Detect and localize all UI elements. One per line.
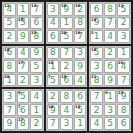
digit-r7c5: 8 (64, 92, 70, 101)
cell-r1c8[interactable]: 8 (104, 3, 117, 16)
cell-r1c1[interactable]: 124 (3, 3, 16, 16)
cell-r8c4[interactable]: 169 (47, 104, 60, 117)
cell-r7c2[interactable]: 95 (17, 90, 30, 103)
digit-r6c6: 4 (77, 76, 83, 85)
digit-r6c4: 5 (50, 76, 56, 85)
cell-r5c4[interactable]: 121 (47, 60, 60, 73)
cell-r9c3[interactable]: 2 (30, 117, 43, 130)
cell-r8c6[interactable]: 125 (74, 104, 87, 117)
digit-r6c3: 3 (34, 76, 40, 85)
cell-r7c7[interactable]: 7 (90, 90, 103, 103)
cell-r4c8[interactable]: 2 (104, 47, 117, 60)
cell-r6c6[interactable]: 4 (74, 74, 87, 87)
box-4: 186498177520123 (2, 46, 44, 88)
cell-r3c4[interactable]: 6 (47, 30, 60, 43)
cell-r5c5[interactable]: 2 (60, 60, 73, 73)
cage-sum-r1c5: 18 (61, 4, 66, 8)
digit-r7c3: 4 (34, 92, 40, 101)
cell-r8c7[interactable]: 2 (90, 104, 103, 117)
killer-sudoku-board: 1241147518362923831891624186205107681151… (0, 0, 133, 133)
cell-r2c9[interactable]: 2 (117, 17, 130, 30)
digit-r2c8: 7 (107, 18, 113, 27)
digit-r6c8: 9 (107, 76, 113, 85)
cell-r6c7[interactable]: 218 (90, 74, 103, 87)
cell-r6c1[interactable]: 201 (3, 74, 16, 87)
digit-r8c7: 2 (94, 106, 100, 115)
cell-r4c5[interactable]: 7 (60, 47, 73, 60)
cell-r4c6[interactable]: 3 (74, 47, 87, 60)
digit-r2c3: 6 (34, 18, 40, 27)
digit-r4c6: 3 (77, 48, 83, 57)
cell-r6c9[interactable]: 7 (117, 74, 130, 87)
digit-r2c9: 2 (121, 18, 127, 27)
cell-r4c2[interactable]: 4 (17, 47, 30, 60)
digit-r5c3: 5 (34, 62, 40, 71)
cage-sum-r2c2: 18 (18, 18, 23, 22)
cell-r8c9[interactable]: 8 (117, 104, 130, 117)
cell-r5c3[interactable]: 5 (30, 60, 43, 73)
cell-r7c1[interactable]: 3 (3, 90, 16, 103)
cage-sum-r1c9: 11 (118, 4, 123, 8)
digit-r2c4: 4 (50, 18, 56, 27)
digit-r9c8: 5 (107, 119, 113, 128)
cell-r5c2[interactable]: 177 (17, 60, 30, 73)
digit-r9c1: 9 (6, 119, 12, 128)
cell-r4c4[interactable]: 8 (47, 47, 60, 60)
digit-r2c1: 5 (6, 18, 12, 27)
digit-r7c7: 7 (94, 92, 100, 101)
digit-r4c9: 1 (121, 48, 127, 57)
digit-r4c2: 4 (20, 48, 26, 57)
cell-r7c6[interactable]: 6 (74, 90, 87, 103)
cell-r8c5[interactable]: 4 (60, 104, 73, 117)
cage-sum-r3c6: 10 (75, 31, 80, 35)
digit-r3c2: 9 (20, 32, 26, 41)
cell-r2c5[interactable]: 1 (60, 17, 73, 30)
cell-r6c3[interactable]: 3 (30, 74, 43, 87)
cell-r7c8[interactable]: 91 (104, 90, 117, 103)
digit-r7c8: 1 (107, 92, 113, 101)
cage-sum-r7c2: 9 (18, 91, 21, 95)
cell-r4c7[interactable]: 165 (90, 47, 103, 60)
cell-r9c6[interactable]: 1 (74, 117, 87, 130)
cage-sum-r6c4: 7 (48, 75, 51, 79)
cell-r1c4[interactable]: 3 (47, 3, 60, 16)
cage-sum-r9c2: 17 (18, 118, 23, 122)
cage-sum-r6c1: 20 (4, 75, 9, 79)
cell-r4c3[interactable]: 9 (30, 47, 43, 60)
box-2: 31891624186205107 (46, 2, 88, 44)
cell-r1c5[interactable]: 189 (60, 3, 73, 16)
cell-r8c3[interactable]: 1 (30, 104, 43, 117)
cage-sum-r8c6: 12 (75, 105, 80, 109)
digit-r5c7: 3 (94, 62, 100, 71)
cell-r3c7[interactable]: 51 (90, 30, 103, 43)
box-3: 68115169725143 (89, 2, 131, 44)
cage-sum-r5c4: 12 (48, 61, 53, 65)
cell-r2c2[interactable]: 183 (17, 17, 30, 30)
cell-r9c8[interactable]: 5 (104, 117, 117, 130)
cell-r3c9[interactable]: 3 (117, 30, 130, 43)
cell-r3c1[interactable]: 2 (3, 30, 16, 43)
cell-r9c2[interactable]: 178 (17, 117, 30, 130)
cell-r1c3[interactable]: 147 (30, 3, 43, 16)
digit-r2c5: 1 (64, 18, 70, 27)
cell-r1c7[interactable]: 6 (90, 3, 103, 16)
box-5: 87312129751864 (46, 46, 88, 88)
digit-r6c9: 7 (121, 76, 127, 85)
cage-sum-r3c7: 5 (91, 31, 94, 35)
box-6: 165213620421897 (89, 46, 131, 88)
cell-r8c1[interactable]: 7 (3, 104, 16, 117)
digit-r5c5: 2 (64, 62, 70, 71)
cell-r8c2[interactable]: 76 (17, 104, 30, 117)
digit-r6c2: 2 (20, 76, 26, 85)
digit-r9c5: 3 (64, 119, 70, 128)
cage-sum-r1c1: 12 (4, 4, 9, 8)
cell-r9c5[interactable]: 3 (60, 117, 73, 130)
digit-r1c4: 3 (50, 5, 56, 14)
cage-sum-r6c5: 18 (61, 75, 66, 79)
cell-r7c5[interactable]: 8 (60, 90, 73, 103)
digit-r4c4: 8 (50, 48, 56, 57)
digit-r8c2: 6 (20, 106, 26, 115)
cell-r2c7[interactable]: 169 (90, 17, 103, 30)
digit-r9c6: 1 (77, 119, 83, 128)
cage-sum-r1c6: 16 (75, 4, 80, 8)
digit-r8c8: 3 (107, 106, 113, 115)
digit-r4c3: 9 (34, 48, 40, 57)
cell-r2c1[interactable]: 5 (3, 17, 16, 30)
digit-r9c9: 6 (121, 119, 127, 128)
cell-r6c5[interactable]: 186 (60, 74, 73, 87)
cage-sum-r7c9: 23 (118, 91, 123, 95)
digit-r3c7: 1 (94, 32, 100, 41)
cell-r5c9[interactable]: 204 (117, 60, 130, 73)
cell-r1c6[interactable]: 162 (74, 3, 87, 16)
cell-r3c5[interactable]: 205 (60, 30, 73, 43)
cell-r7c4[interactable]: 2 (47, 90, 60, 103)
cell-r7c9[interactable]: 239 (117, 90, 130, 103)
cell-r6c4[interactable]: 75 (47, 74, 60, 87)
cell-r4c1[interactable]: 186 (3, 47, 16, 60)
digit-r5c6: 9 (77, 62, 83, 71)
digit-r7c4: 2 (50, 92, 56, 101)
box-8: 2861694125731 (46, 89, 88, 131)
digit-r1c2: 1 (20, 5, 26, 14)
cell-r4c9[interactable]: 1 (117, 47, 130, 60)
cell-r3c8[interactable]: 4 (104, 30, 117, 43)
cell-r2c8[interactable]: 7 (104, 17, 117, 30)
cell-r5c7[interactable]: 3 (90, 60, 103, 73)
cell-r5c6[interactable]: 9 (74, 60, 87, 73)
digit-r8c1: 7 (6, 106, 12, 115)
cell-r9c7[interactable]: 4 (90, 117, 103, 130)
cell-r5c1[interactable]: 8 (3, 60, 16, 73)
digit-r3c8: 4 (107, 32, 113, 41)
digit-r4c5: 7 (64, 48, 70, 57)
cell-r9c4[interactable]: 7 (47, 117, 60, 130)
cage-sum-r6c7: 21 (91, 75, 96, 79)
cage-sum-r3c3: 23 (31, 31, 36, 35)
cell-r1c2[interactable]: 1 (17, 3, 30, 16)
cell-r6c8[interactable]: 9 (104, 74, 117, 87)
cell-r3c2[interactable]: 9 (17, 30, 30, 43)
digit-r8c5: 4 (64, 106, 70, 115)
digit-r8c3: 1 (34, 106, 40, 115)
digit-r8c9: 8 (121, 106, 127, 115)
box-9: 791239238456 (89, 89, 131, 131)
cell-r9c9[interactable]: 6 (117, 117, 130, 130)
box-7: 3954776191782 (2, 89, 44, 131)
digit-r1c7: 6 (94, 5, 100, 14)
cell-r2c3[interactable]: 6 (30, 17, 43, 30)
digit-r9c4: 7 (50, 119, 56, 128)
cell-r5c8[interactable]: 6 (104, 60, 117, 73)
cage-sum-r5c2: 17 (18, 61, 23, 65)
digit-r5c8: 6 (107, 62, 113, 71)
cage-sum-r7c8: 9 (105, 91, 108, 95)
digit-r7c6: 6 (77, 92, 83, 101)
cage-sum-r8c4: 16 (48, 105, 53, 109)
cage-sum-r4c7: 16 (91, 48, 96, 52)
cell-r3c3[interactable]: 238 (30, 30, 43, 43)
digit-r5c1: 8 (6, 62, 12, 71)
digit-r1c8: 8 (107, 5, 113, 14)
cell-r6c2[interactable]: 2 (17, 74, 30, 87)
cell-r2c6[interactable]: 8 (74, 17, 87, 30)
cage-sum-r3c5: 20 (61, 31, 66, 35)
cell-r9c1[interactable]: 9 (3, 117, 16, 130)
cage-sum-r2c7: 16 (91, 18, 96, 22)
cell-r1c9[interactable]: 115 (117, 3, 130, 16)
digit-r2c6: 8 (77, 18, 83, 27)
cell-r8c8[interactable]: 3 (104, 104, 117, 117)
digit-r7c1: 3 (6, 92, 12, 101)
cage-sum-r1c3: 14 (31, 4, 36, 8)
cell-r3c6[interactable]: 107 (74, 30, 87, 43)
digit-r4c8: 2 (107, 48, 113, 57)
digit-r9c7: 4 (94, 119, 100, 128)
digit-r3c1: 2 (6, 32, 12, 41)
cage-sum-r4c1: 18 (4, 48, 9, 52)
digit-r3c4: 6 (50, 32, 56, 41)
box-1: 12411475183629238 (2, 2, 44, 44)
cage-sum-r8c2: 7 (18, 105, 21, 109)
cage-sum-r5c9: 20 (118, 61, 123, 65)
cell-r2c4[interactable]: 4 (47, 17, 60, 30)
digit-r7c2: 5 (20, 92, 26, 101)
cell-r7c3[interactable]: 4 (30, 90, 43, 103)
digit-r3c9: 3 (121, 32, 127, 41)
digit-r9c3: 2 (34, 119, 40, 128)
